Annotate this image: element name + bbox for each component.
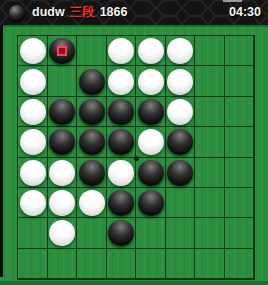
player-info-row: dudw 三段 1866 04:30 [0, 0, 268, 25]
board-cell[interactable] [166, 249, 196, 279]
board-cell[interactable] [136, 188, 166, 218]
board-cell[interactable] [225, 127, 255, 157]
board-cell[interactable] [195, 66, 225, 96]
last-move-marker [57, 46, 67, 56]
board-cell[interactable] [77, 188, 107, 218]
black-stone [108, 99, 134, 125]
window-edge [0, 25, 3, 277]
white-stone [108, 38, 134, 64]
player-rating: 1866 [100, 0, 128, 25]
black-stone [49, 99, 75, 125]
board-cell[interactable] [136, 218, 166, 248]
game-clock: 04:30 [229, 0, 261, 25]
player-rank: 三段 [70, 0, 95, 25]
board-cell[interactable] [107, 36, 137, 66]
board-cell[interactable] [225, 36, 255, 66]
board-cell[interactable] [166, 66, 196, 96]
board-cell[interactable] [18, 188, 48, 218]
board-cell[interactable] [195, 188, 225, 218]
board-cell[interactable] [107, 249, 137, 279]
board-cell[interactable] [195, 97, 225, 127]
table-bottom-edge [0, 281, 268, 285]
player-name: dudw [32, 0, 65, 25]
board-cell[interactable] [18, 127, 48, 157]
board-cell[interactable] [18, 97, 48, 127]
board-cell[interactable] [195, 158, 225, 188]
white-stone [108, 160, 134, 186]
board-cell[interactable] [77, 218, 107, 248]
board-cell[interactable] [77, 249, 107, 279]
board-cell[interactable] [48, 188, 78, 218]
white-stone [20, 69, 46, 95]
board-cell[interactable] [18, 158, 48, 188]
white-stone [138, 129, 164, 155]
white-stone [167, 69, 193, 95]
white-stone [138, 38, 164, 64]
board-cell[interactable] [166, 97, 196, 127]
board-cell[interactable] [225, 66, 255, 96]
board-cell[interactable] [225, 218, 255, 248]
board-cell[interactable] [136, 127, 166, 157]
black-stone [138, 160, 164, 186]
black-stone [79, 99, 105, 125]
white-stone [20, 160, 46, 186]
board-cell[interactable] [18, 36, 48, 66]
board-cell[interactable] [195, 249, 225, 279]
board-cell[interactable] [107, 188, 137, 218]
white-stone [167, 99, 193, 125]
game-window: dudw 三段 1866 04:30 [0, 0, 268, 285]
board-cell[interactable] [225, 188, 255, 218]
board-cell[interactable] [77, 158, 107, 188]
black-stone [79, 129, 105, 155]
board-cell[interactable] [48, 218, 78, 248]
board-cell[interactable] [166, 127, 196, 157]
black-stone-icon [9, 5, 25, 21]
board-cell[interactable] [77, 36, 107, 66]
board-center-dot [134, 156, 139, 161]
black-stone [108, 190, 134, 216]
table-felt [0, 25, 268, 285]
board-cell[interactable] [136, 36, 166, 66]
board-cell[interactable] [107, 97, 137, 127]
board-cell[interactable] [107, 66, 137, 96]
black-stone [79, 69, 105, 95]
board-cell[interactable] [48, 158, 78, 188]
board-cell[interactable] [166, 158, 196, 188]
white-stone [20, 129, 46, 155]
black-stone [138, 190, 164, 216]
black-stone [108, 220, 134, 246]
player-info-bar: dudw 三段 1866 04:30 [0, 0, 268, 25]
board-cell[interactable] [48, 249, 78, 279]
board-cell[interactable] [48, 36, 78, 66]
white-stone [167, 38, 193, 64]
board-cell[interactable] [77, 66, 107, 96]
board-cell[interactable] [107, 158, 137, 188]
black-stone [167, 160, 193, 186]
board-cell[interactable] [225, 158, 255, 188]
white-stone [79, 190, 105, 216]
board-cell[interactable] [195, 36, 225, 66]
black-stone [79, 160, 105, 186]
white-stone [138, 69, 164, 95]
black-stone [49, 129, 75, 155]
board-cell[interactable] [166, 188, 196, 218]
board-cell[interactable] [136, 66, 166, 96]
white-stone [49, 160, 75, 186]
board-cell[interactable] [136, 97, 166, 127]
board-cell[interactable] [166, 218, 196, 248]
board-cell[interactable] [195, 218, 225, 248]
board-cell[interactable] [77, 97, 107, 127]
black-stone [167, 129, 193, 155]
white-stone [108, 69, 134, 95]
white-stone [49, 220, 75, 246]
board-cell[interactable] [18, 249, 48, 279]
window-control-sliver [223, 0, 242, 2]
board-cell[interactable] [136, 158, 166, 188]
board-cell[interactable] [107, 127, 137, 157]
board-cell[interactable] [225, 249, 255, 279]
othello-board [17, 35, 255, 280]
board-cell[interactable] [77, 127, 107, 157]
white-stone [20, 99, 46, 125]
white-stone [20, 38, 46, 64]
board-cell[interactable] [225, 97, 255, 127]
black-stone [108, 129, 134, 155]
board-cell[interactable] [166, 36, 196, 66]
black-stone [49, 38, 75, 64]
board-cell[interactable] [48, 127, 78, 157]
board-cell[interactable] [48, 66, 78, 96]
board-cell[interactable] [48, 97, 78, 127]
board-cell[interactable] [136, 249, 166, 279]
black-stone [138, 99, 164, 125]
board-cell[interactable] [18, 66, 48, 96]
board-cell[interactable] [107, 218, 137, 248]
white-stone [20, 190, 46, 216]
white-stone [49, 190, 75, 216]
board-cell[interactable] [18, 218, 48, 248]
board-cell[interactable] [195, 127, 225, 157]
